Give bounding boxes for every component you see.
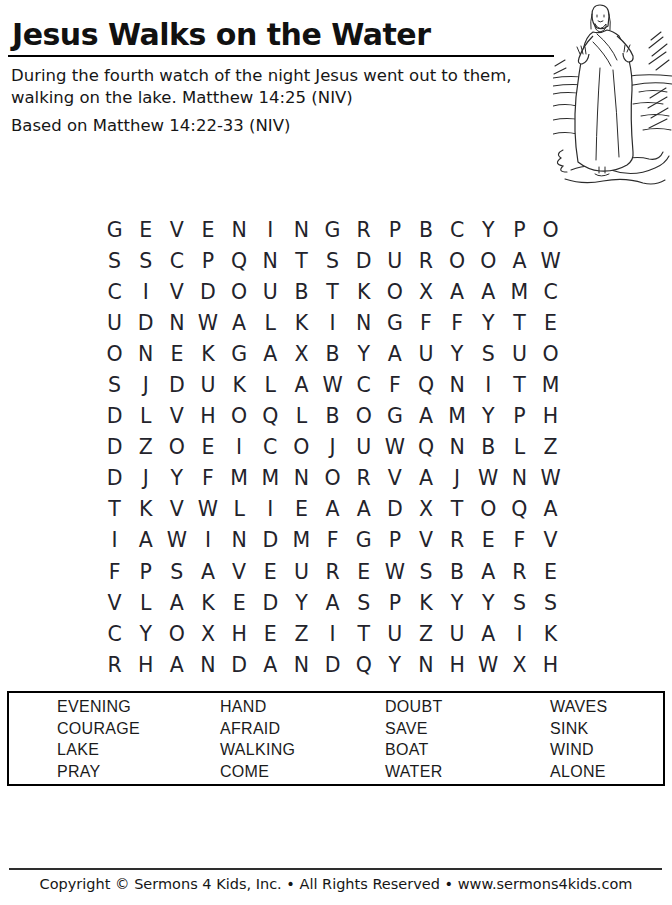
grid-cell-r2c8[interactable]: S [317, 245, 348, 276]
word-list-column-3: DOUBTSAVEBOATWATER [385, 696, 443, 783]
grid-cell-r5c9[interactable]: Y [348, 338, 379, 369]
grid-cell-r6c13[interactable]: I [473, 369, 504, 400]
word-list-item-lake: LAKE [57, 739, 140, 761]
grid-cell-r6c9[interactable]: C [348, 369, 379, 400]
grid-cell-r7c12[interactable]: M [442, 401, 473, 432]
grid-cell-r2c11[interactable]: R [410, 245, 441, 276]
grid-cell-r4c8[interactable]: I [317, 307, 348, 338]
grid-cell-r3c14[interactable]: M [504, 276, 535, 307]
grid-cell-r9c14[interactable]: N [504, 463, 535, 494]
grid-cell-r11c7[interactable]: M [286, 525, 317, 556]
grid-cell-r12c3[interactable]: S [161, 556, 192, 587]
grid-cell-r6c7[interactable]: A [286, 369, 317, 400]
grid-cell-r12c2[interactable]: P [130, 556, 161, 587]
grid-cell-r3c2[interactable]: I [130, 276, 161, 307]
grid-cell-r11c8[interactable]: F [317, 525, 348, 556]
grid-cell-r14c14[interactable]: I [504, 618, 535, 649]
grid-cell-r6c10[interactable]: F [379, 369, 410, 400]
grid-cell-r8c12[interactable]: N [442, 432, 473, 463]
grid-cell-r7c10[interactable]: G [379, 401, 410, 432]
grid-cell-r12c15[interactable]: E [535, 556, 566, 587]
grid-cell-r9c10[interactable]: V [379, 463, 410, 494]
grid-cell-r4c9[interactable]: N [348, 307, 379, 338]
grid-cell-r3c1[interactable]: C [99, 276, 130, 307]
grid-cell-r1c13[interactable]: Y [473, 214, 504, 245]
grid-cell-r13c15[interactable]: S [535, 587, 566, 618]
grid-cell-r13c1[interactable]: V [99, 587, 130, 618]
grid-cell-r4c5[interactable]: A [224, 307, 255, 338]
grid-cell-r5c5[interactable]: G [224, 338, 255, 369]
grid-cell-r5c14[interactable]: U [504, 338, 535, 369]
word-list-box: EVENINGCOURAGELAKEPRAY HANDAFRAIDWALKING… [7, 691, 665, 786]
grid-cell-r10c8[interactable]: A [317, 494, 348, 525]
grid-cell-r9c12[interactable]: J [442, 463, 473, 494]
word-list-item-sink: SINK [550, 718, 608, 740]
grid-cell-r1c8[interactable]: G [317, 214, 348, 245]
grid-cell-r1c14[interactable]: P [504, 214, 535, 245]
word-list-item-alone: ALONE [550, 761, 608, 783]
grid-cell-r15c11[interactable]: N [410, 649, 441, 680]
grid-cell-r1c5[interactable]: N [224, 214, 255, 245]
grid-cell-r8c2[interactable]: Z [130, 432, 161, 463]
grid-cell-r6c4[interactable]: U [192, 369, 223, 400]
grid-cell-r13c5[interactable]: E [224, 587, 255, 618]
grid-cell-r15c7[interactable]: N [286, 649, 317, 680]
grid-cell-r5c12[interactable]: Y [442, 338, 473, 369]
grid-cell-r7c1[interactable]: D [99, 401, 130, 432]
word-list-item-pray: PRAY [57, 761, 140, 783]
grid-cell-r1c9[interactable]: R [348, 214, 379, 245]
grid-cell-r7c9[interactable]: O [348, 401, 379, 432]
grid-cell-r6c2[interactable]: J [130, 369, 161, 400]
grid-cell-r14c12[interactable]: U [442, 618, 473, 649]
grid-cell-r15c10[interactable]: Y [379, 649, 410, 680]
grid-cell-r3c9[interactable]: K [348, 276, 379, 307]
grid-cell-r7c2[interactable]: L [130, 401, 161, 432]
grid-cell-r2c3[interactable]: C [161, 245, 192, 276]
grid-cell-r8c9[interactable]: U [348, 432, 379, 463]
grid-cell-r12c8[interactable]: R [317, 556, 348, 587]
grid-cell-r9c1[interactable]: D [99, 463, 130, 494]
grid-cell-r10c14[interactable]: Q [504, 494, 535, 525]
word-list-item-boat: BOAT [385, 739, 443, 761]
grid-cell-r2c12[interactable]: O [442, 245, 473, 276]
grid-cell-r7c14[interactable]: P [504, 401, 535, 432]
intro-text: During the fourth watch of the night Jes… [11, 65, 512, 108]
grid-cell-r15c2[interactable]: H [130, 649, 161, 680]
grid-cell-r11c9[interactable]: G [348, 525, 379, 556]
grid-cell-r13c2[interactable]: L [130, 587, 161, 618]
title-divider [8, 55, 554, 57]
grid-cell-r9c11[interactable]: A [410, 463, 441, 494]
grid-cell-r4c1[interactable]: U [99, 307, 130, 338]
grid-cell-r14c2[interactable]: Y [130, 618, 161, 649]
grid-cell-r7c6[interactable]: Q [255, 401, 286, 432]
intro-line-2: walking on the lake. Matthew 14:25 (NIV) [11, 87, 512, 109]
grid-cell-r6c14[interactable]: T [504, 369, 535, 400]
page-title: Jesus Walks on the Water [12, 17, 430, 52]
grid-cell-r4c7[interactable]: K [286, 307, 317, 338]
grid-cell-r9c4[interactable]: F [192, 463, 223, 494]
grid-cell-r12c7[interactable]: U [286, 556, 317, 587]
grid-cell-r9c5[interactable]: M [224, 463, 255, 494]
grid-cell-r5c15[interactable]: O [535, 338, 566, 369]
grid-cell-r8c7[interactable]: O [286, 432, 317, 463]
grid-cell-r14c9[interactable]: T [348, 618, 379, 649]
grid-cell-r6c11[interactable]: Q [410, 369, 441, 400]
grid-cell-r7c8[interactable]: B [317, 401, 348, 432]
grid-cell-r3c15[interactable]: C [535, 276, 566, 307]
word-list-item-save: SAVE [385, 718, 443, 740]
grid-cell-r3c5[interactable]: O [224, 276, 255, 307]
grid-cell-r12c10[interactable]: W [379, 556, 410, 587]
grid-cell-r2c9[interactable]: D [348, 245, 379, 276]
grid-cell-r13c6[interactable]: D [255, 587, 286, 618]
grid-cell-r14c11[interactable]: Z [410, 618, 441, 649]
word-list-item-hand: HAND [220, 696, 295, 718]
grid-cell-r5c6[interactable]: A [255, 338, 286, 369]
grid-cell-r4c11[interactable]: F [410, 307, 441, 338]
grid-cell-r15c13[interactable]: W [473, 649, 504, 680]
word-list-item-come: COME [220, 761, 295, 783]
grid-cell-r6c8[interactable]: W [317, 369, 348, 400]
grid-cell-r11c2[interactable]: A [130, 525, 161, 556]
grid-cell-r5c10[interactable]: A [379, 338, 410, 369]
grid-cell-r15c3[interactable]: A [161, 649, 192, 680]
grid-cell-r1c1[interactable]: G [99, 214, 130, 245]
grid-cell-r9c7[interactable]: N [286, 463, 317, 494]
grid-cell-r11c12[interactable]: R [442, 525, 473, 556]
grid-cell-r10c11[interactable]: X [410, 494, 441, 525]
grid-cell-r13c11[interactable]: K [410, 587, 441, 618]
grid-cell-r11c14[interactable]: F [504, 525, 535, 556]
grid-cell-r14c7[interactable]: Z [286, 618, 317, 649]
word-list-item-doubt: DOUBT [385, 696, 443, 718]
grid-cell-r10c2[interactable]: K [130, 494, 161, 525]
grid-cell-r12c4[interactable]: A [192, 556, 223, 587]
grid-cell-r11c15[interactable]: V [535, 525, 566, 556]
grid-cell-r7c4[interactable]: H [192, 401, 223, 432]
grid-cell-r14c3[interactable]: O [161, 618, 192, 649]
grid-cell-r2c1[interactable]: S [99, 245, 130, 276]
grid-cell-r9c3[interactable]: Y [161, 463, 192, 494]
grid-cell-r1c7[interactable]: N [286, 214, 317, 245]
grid-cell-r12c6[interactable]: E [255, 556, 286, 587]
grid-cell-r13c14[interactable]: S [504, 587, 535, 618]
grid-cell-r15c5[interactable]: D [224, 649, 255, 680]
grid-cell-r12c9[interactable]: E [348, 556, 379, 587]
grid-cell-r9c9[interactable]: R [348, 463, 379, 494]
grid-cell-r7c7[interactable]: L [286, 401, 317, 432]
grid-cell-r11c1[interactable]: I [99, 525, 130, 556]
grid-cell-r8c15[interactable]: Z [535, 432, 566, 463]
grid-cell-r11c11[interactable]: V [410, 525, 441, 556]
grid-cell-r3c11[interactable]: X [410, 276, 441, 307]
grid-cell-r3c6[interactable]: U [255, 276, 286, 307]
grid-cell-r6c6[interactable]: L [255, 369, 286, 400]
grid-cell-r10c10[interactable]: D [379, 494, 410, 525]
grid-cell-r2c15[interactable]: W [535, 245, 566, 276]
grid-cell-r8c14[interactable]: L [504, 432, 535, 463]
grid-cell-r4c14[interactable]: T [504, 307, 535, 338]
intro-line-1: During the fourth watch of the night Jes… [11, 65, 512, 87]
grid-cell-r7c11[interactable]: A [410, 401, 441, 432]
grid-cell-r12c5[interactable]: V [224, 556, 255, 587]
grid-cell-r9c2[interactable]: J [130, 463, 161, 494]
grid-cell-r6c5[interactable]: K [224, 369, 255, 400]
grid-cell-r11c3[interactable]: W [161, 525, 192, 556]
grid-cell-r3c4[interactable]: D [192, 276, 223, 307]
word-list-item-wind: WIND [550, 739, 608, 761]
grid-cell-r11c5[interactable]: N [224, 525, 255, 556]
grid-cell-r15c9[interactable]: Q [348, 649, 379, 680]
grid-cell-r5c1[interactable]: O [99, 338, 130, 369]
grid-cell-r6c3[interactable]: D [161, 369, 192, 400]
grid-cell-r12c11[interactable]: S [410, 556, 441, 587]
grid-cell-r7c15[interactable]: H [535, 401, 566, 432]
grid-cell-r12c13[interactable]: A [473, 556, 504, 587]
grid-cell-r1c3[interactable]: V [161, 214, 192, 245]
grid-cell-r13c8[interactable]: A [317, 587, 348, 618]
grid-cell-r2c14[interactable]: A [504, 245, 535, 276]
grid-cell-r15c8[interactable]: D [317, 649, 348, 680]
grid-cell-r14c8[interactable]: I [317, 618, 348, 649]
grid-cell-r13c9[interactable]: S [348, 587, 379, 618]
grid-cell-r3c10[interactable]: O [379, 276, 410, 307]
grid-cell-r9c8[interactable]: O [317, 463, 348, 494]
grid-cell-r15c4[interactable]: N [192, 649, 223, 680]
grid-cell-r14c1[interactable]: C [99, 618, 130, 649]
grid-cell-r4c10[interactable]: G [379, 307, 410, 338]
grid-cell-r4c13[interactable]: Y [473, 307, 504, 338]
word-list-item-waves: WAVES [550, 696, 608, 718]
grid-cell-r1c4[interactable]: E [192, 214, 223, 245]
grid-cell-r1c11[interactable]: B [410, 214, 441, 245]
grid-cell-r13c12[interactable]: Y [442, 587, 473, 618]
jesus-walking-on-water-illustration [553, 2, 672, 188]
grid-cell-r10c3[interactable]: V [161, 494, 192, 525]
grid-cell-r5c4[interactable]: K [192, 338, 223, 369]
grid-cell-r3c13[interactable]: A [473, 276, 504, 307]
word-list-item-water: WATER [385, 761, 443, 783]
word-list-item-afraid: AFRAID [220, 718, 295, 740]
grid-cell-r10c13[interactable]: O [473, 494, 504, 525]
grid-cell-r9c13[interactable]: W [473, 463, 504, 494]
grid-cell-r13c10[interactable]: P [379, 587, 410, 618]
grid-cell-r5c13[interactable]: S [473, 338, 504, 369]
grid-cell-r4c15[interactable]: E [535, 307, 566, 338]
word-list-item-walking: WALKING [220, 739, 295, 761]
grid-cell-r8c1[interactable]: D [99, 432, 130, 463]
grid-cell-r14c10[interactable]: U [379, 618, 410, 649]
grid-cell-r10c4[interactable]: W [192, 494, 223, 525]
grid-cell-r5c2[interactable]: N [130, 338, 161, 369]
grid-cell-r14c13[interactable]: A [473, 618, 504, 649]
grid-cell-r4c6[interactable]: L [255, 307, 286, 338]
grid-cell-r10c1[interactable]: T [99, 494, 130, 525]
grid-cell-r8c3[interactable]: O [161, 432, 192, 463]
grid-cell-r1c10[interactable]: P [379, 214, 410, 245]
grid-cell-r8c8[interactable]: J [317, 432, 348, 463]
grid-cell-r10c12[interactable]: T [442, 494, 473, 525]
grid-cell-r13c7[interactable]: Y [286, 587, 317, 618]
grid-cell-r11c6[interactable]: D [255, 525, 286, 556]
grid-cell-r10c7[interactable]: E [286, 494, 317, 525]
grid-cell-r5c3[interactable]: E [161, 338, 192, 369]
grid-cell-r5c11[interactable]: U [410, 338, 441, 369]
grid-cell-r15c1[interactable]: R [99, 649, 130, 680]
grid-cell-r8c6[interactable]: C [255, 432, 286, 463]
grid-cell-r7c5[interactable]: O [224, 401, 255, 432]
grid-cell-r4c12[interactable]: F [442, 307, 473, 338]
grid-cell-r10c9[interactable]: A [348, 494, 379, 525]
grid-cell-r4c4[interactable]: W [192, 307, 223, 338]
footer-divider [9, 868, 662, 870]
grid-cell-r11c13[interactable]: E [473, 525, 504, 556]
grid-cell-r10c5[interactable]: L [224, 494, 255, 525]
grid-cell-r13c3[interactable]: A [161, 587, 192, 618]
grid-cell-r5c7[interactable]: X [286, 338, 317, 369]
grid-cell-r8c11[interactable]: Q [410, 432, 441, 463]
grid-cell-r14c5[interactable]: H [224, 618, 255, 649]
word-list-item-courage: COURAGE [57, 718, 140, 740]
word-search-grid[interactable]: GEVENINGRPBCYPOSSCPQNTSDUROOAWCIVDOUBTKO… [99, 214, 566, 680]
grid-cell-r2c13[interactable]: O [473, 245, 504, 276]
grid-cell-r15c12[interactable]: H [442, 649, 473, 680]
grid-cell-r8c10[interactable]: W [379, 432, 410, 463]
grid-cell-r1c6[interactable]: I [255, 214, 286, 245]
grid-cell-r13c4[interactable]: K [192, 587, 223, 618]
grid-cell-r4c3[interactable]: N [161, 307, 192, 338]
grid-cell-r14c6[interactable]: E [255, 618, 286, 649]
grid-cell-r8c5[interactable]: I [224, 432, 255, 463]
grid-cell-r10c15[interactable]: A [535, 494, 566, 525]
grid-cell-r15c15[interactable]: H [535, 649, 566, 680]
grid-cell-r4c2[interactable]: D [130, 307, 161, 338]
grid-cell-r10c6[interactable]: I [255, 494, 286, 525]
grid-cell-r3c7[interactable]: B [286, 276, 317, 307]
grid-cell-r13c13[interactable]: Y [473, 587, 504, 618]
grid-cell-r1c2[interactable]: E [130, 214, 161, 245]
grid-cell-r9c6[interactable]: M [255, 463, 286, 494]
grid-cell-r2c5[interactable]: Q [224, 245, 255, 276]
grid-cell-r12c12[interactable]: B [442, 556, 473, 587]
grid-cell-r3c3[interactable]: V [161, 276, 192, 307]
grid-cell-r11c10[interactable]: P [379, 525, 410, 556]
word-list-column-2: HANDAFRAIDWALKINGCOME [220, 696, 295, 783]
grid-cell-r12c14[interactable]: R [504, 556, 535, 587]
grid-cell-r2c2[interactable]: S [130, 245, 161, 276]
copyright-text: Copyright © Sermons 4 Kids, Inc. • All R… [0, 876, 672, 893]
grid-cell-r3c12[interactable]: A [442, 276, 473, 307]
grid-cell-r12c1[interactable]: F [99, 556, 130, 587]
word-list-column-1: EVENINGCOURAGELAKEPRAY [57, 696, 140, 783]
based-on-text: Based on Matthew 14:22-33 (NIV) [11, 115, 290, 137]
grid-cell-r6c1[interactable]: S [99, 369, 130, 400]
grid-cell-r3c8[interactable]: T [317, 276, 348, 307]
grid-cell-r7c13[interactable]: Y [473, 401, 504, 432]
grid-cell-r8c4[interactable]: E [192, 432, 223, 463]
word-list-column-4: WAVESSINKWINDALONE [550, 696, 608, 783]
grid-cell-r15c14[interactable]: X [504, 649, 535, 680]
grid-cell-r5c8[interactable]: B [317, 338, 348, 369]
grid-cell-r7c3[interactable]: V [161, 401, 192, 432]
grid-cell-r1c15[interactable]: O [535, 214, 566, 245]
grid-cell-r15c6[interactable]: A [255, 649, 286, 680]
grid-cell-r6c15[interactable]: M [535, 369, 566, 400]
grid-cell-r1c12[interactable]: C [442, 214, 473, 245]
grid-cell-r2c4[interactable]: P [192, 245, 223, 276]
grid-cell-r2c7[interactable]: T [286, 245, 317, 276]
grid-cell-r6c12[interactable]: N [442, 369, 473, 400]
grid-cell-r9c15[interactable]: W [535, 463, 566, 494]
grid-cell-r2c10[interactable]: U [379, 245, 410, 276]
grid-cell-r8c13[interactable]: B [473, 432, 504, 463]
grid-cell-r14c15[interactable]: K [535, 618, 566, 649]
word-list-item-evening: EVENING [57, 696, 140, 718]
grid-cell-r2c6[interactable]: N [255, 245, 286, 276]
grid-cell-r11c4[interactable]: I [192, 525, 223, 556]
grid-cell-r14c4[interactable]: X [192, 618, 223, 649]
